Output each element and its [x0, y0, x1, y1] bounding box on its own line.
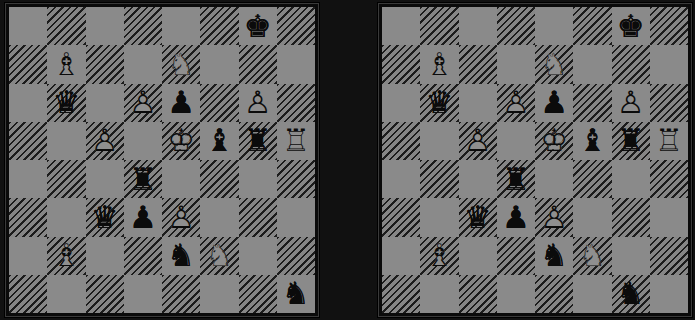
square-c6	[459, 84, 497, 122]
square-g4	[612, 160, 650, 198]
square-a2	[9, 237, 47, 275]
piece-wN-e7: ♞♘	[162, 45, 200, 83]
piece-outline-glyph: ♟	[124, 198, 162, 236]
square-b7: ♝♗	[47, 45, 85, 83]
piece-outline-glyph: ♛	[420, 84, 458, 122]
square-a3	[382, 198, 420, 236]
square-d4: ♜♜	[497, 160, 535, 198]
piece-wP-e3: ♟♙	[162, 198, 200, 236]
square-e2: ♞♞	[535, 237, 573, 275]
square-b5	[47, 122, 85, 160]
square-c4	[459, 160, 497, 198]
piece-bN-g1: ♞♞	[612, 275, 650, 313]
square-h1	[650, 275, 688, 313]
piece-outline-glyph: ♛	[47, 84, 85, 122]
square-g4	[239, 160, 277, 198]
square-e3: ♟♙	[535, 198, 573, 236]
piece-outline-glyph: ♗	[47, 45, 85, 83]
piece-bQ-c3: ♛♛	[459, 198, 497, 236]
square-h2	[650, 237, 688, 275]
square-h7	[650, 45, 688, 83]
square-g7	[239, 45, 277, 83]
piece-outline-glyph: ♛	[86, 198, 124, 236]
square-d8	[497, 7, 535, 45]
square-c2	[459, 237, 497, 275]
square-e1	[535, 275, 573, 313]
square-d2	[497, 237, 535, 275]
piece-bP-d3: ♟♟	[497, 198, 535, 236]
piece-bQ-c3: ♛♛	[86, 198, 124, 236]
square-a1	[9, 275, 47, 313]
square-c8	[86, 7, 124, 45]
piece-outline-glyph: ♝	[573, 122, 611, 160]
square-e6: ♟♟	[162, 84, 200, 122]
square-e8	[535, 7, 573, 45]
square-h7	[277, 45, 315, 83]
square-d1	[124, 275, 162, 313]
square-d3: ♟♟	[124, 198, 162, 236]
square-c1	[86, 275, 124, 313]
square-d1	[497, 275, 535, 313]
piece-wB-b7: ♝♗	[420, 45, 458, 83]
square-f8	[573, 7, 611, 45]
piece-outline-glyph: ♙	[535, 198, 573, 236]
square-h6	[277, 84, 315, 122]
square-c5: ♟♙	[459, 122, 497, 160]
piece-bR-d4: ♜♜	[124, 160, 162, 198]
piece-outline-glyph: ♘	[573, 237, 611, 275]
square-a6	[382, 84, 420, 122]
piece-outline-glyph: ♗	[420, 237, 458, 275]
piece-outline-glyph: ♘	[200, 237, 238, 275]
square-g7	[612, 45, 650, 83]
piece-outline-glyph: ♘	[162, 45, 200, 83]
square-b3	[420, 198, 458, 236]
square-b3	[47, 198, 85, 236]
piece-outline-glyph: ♟	[162, 84, 200, 122]
square-f6	[573, 84, 611, 122]
square-b6: ♛♛	[420, 84, 458, 122]
square-b5	[420, 122, 458, 160]
square-g1: ♞♞	[612, 275, 650, 313]
piece-outline-glyph: ♜	[124, 160, 162, 198]
square-a3	[9, 198, 47, 236]
square-e2: ♞♞	[162, 237, 200, 275]
square-b8	[47, 7, 85, 45]
square-e5: ♚♔	[535, 122, 573, 160]
piece-outline-glyph: ♖	[650, 122, 688, 160]
piece-outline-glyph: ♜	[497, 160, 535, 198]
square-e4	[535, 160, 573, 198]
right-chess-board: ♚♚♝♗♞♘♛♛♟♙♟♟♟♙♟♙♚♔♝♝♜♜♜♖♜♜♛♛♟♟♟♙♝♗♞♞♞♘♞♞	[379, 4, 691, 316]
square-b2: ♝♗	[47, 237, 85, 275]
square-g1	[239, 275, 277, 313]
square-f5: ♝♝	[573, 122, 611, 160]
left-chess-board: ♚♚♝♗♞♘♛♛♟♙♟♟♟♙♟♙♚♔♝♝♜♜♜♖♜♜♛♛♟♟♟♙♝♗♞♞♞♘♞♞	[6, 4, 318, 316]
piece-outline-glyph: ♜	[239, 122, 277, 160]
square-a6	[9, 84, 47, 122]
square-d6: ♟♙	[124, 84, 162, 122]
piece-bB-f5: ♝♝	[200, 122, 238, 160]
square-h8	[277, 7, 315, 45]
square-a2	[382, 237, 420, 275]
piece-outline-glyph: ♟	[535, 84, 573, 122]
square-g2	[612, 237, 650, 275]
piece-wP-c5: ♟♙	[459, 122, 497, 160]
square-d7	[124, 45, 162, 83]
square-f1	[573, 275, 611, 313]
square-a4	[9, 160, 47, 198]
piece-outline-glyph: ♞	[277, 275, 315, 313]
square-e7: ♞♘	[162, 45, 200, 83]
piece-bB-f5: ♝♝	[573, 122, 611, 160]
square-g6: ♟♙	[239, 84, 277, 122]
piece-wK-e5: ♚♔	[535, 122, 573, 160]
square-h6	[650, 84, 688, 122]
square-b1	[420, 275, 458, 313]
piece-outline-glyph: ♔	[535, 122, 573, 160]
square-b1	[47, 275, 85, 313]
square-f5: ♝♝	[200, 122, 238, 160]
scanned-page: ♚♚♝♗♞♘♛♛♟♙♟♟♟♙♟♙♚♔♝♝♜♜♜♖♜♜♛♛♟♟♟♙♝♗♞♞♞♘♞♞…	[0, 0, 695, 320]
piece-outline-glyph: ♛	[459, 198, 497, 236]
piece-wP-d6: ♟♙	[497, 84, 535, 122]
square-a8	[382, 7, 420, 45]
piece-bN-e2: ♞♞	[535, 237, 573, 275]
piece-bR-g5: ♜♜	[612, 122, 650, 160]
square-d2	[124, 237, 162, 275]
square-f4	[573, 160, 611, 198]
piece-wB-b7: ♝♗	[47, 45, 85, 83]
square-e6: ♟♟	[535, 84, 573, 122]
square-h4	[277, 160, 315, 198]
square-a7	[9, 45, 47, 83]
piece-bQ-b6: ♛♛	[47, 84, 85, 122]
piece-bN-h1: ♞♞	[277, 275, 315, 313]
square-g8: ♚♚	[239, 7, 277, 45]
piece-wN-f2: ♞♘	[573, 237, 611, 275]
square-c7	[459, 45, 497, 83]
square-h8	[650, 7, 688, 45]
square-c8	[459, 7, 497, 45]
square-c5: ♟♙	[86, 122, 124, 160]
piece-outline-glyph: ♖	[277, 122, 315, 160]
piece-bK-g8: ♚♚	[239, 7, 277, 45]
piece-wR-h5: ♜♖	[277, 122, 315, 160]
piece-bP-e6: ♟♟	[535, 84, 573, 122]
square-d8	[124, 7, 162, 45]
square-b6: ♛♛	[47, 84, 85, 122]
square-d4: ♜♜	[124, 160, 162, 198]
piece-bP-e6: ♟♟	[162, 84, 200, 122]
piece-bR-g5: ♜♜	[239, 122, 277, 160]
square-f2: ♞♘	[573, 237, 611, 275]
square-f7	[200, 45, 238, 83]
square-c6	[86, 84, 124, 122]
piece-outline-glyph: ♙	[124, 84, 162, 122]
piece-outline-glyph: ♙	[162, 198, 200, 236]
square-h1: ♞♞	[277, 275, 315, 313]
square-h4	[650, 160, 688, 198]
piece-outline-glyph: ♚	[612, 7, 650, 45]
square-e3: ♟♙	[162, 198, 200, 236]
piece-outline-glyph: ♘	[535, 45, 573, 83]
piece-bN-e2: ♞♞	[162, 237, 200, 275]
piece-bQ-b6: ♛♛	[420, 84, 458, 122]
piece-outline-glyph: ♞	[612, 275, 650, 313]
piece-outline-glyph: ♔	[162, 122, 200, 160]
square-f1	[200, 275, 238, 313]
piece-bK-g8: ♚♚	[612, 7, 650, 45]
piece-wP-d6: ♟♙	[124, 84, 162, 122]
square-a7	[382, 45, 420, 83]
piece-wR-h5: ♜♖	[650, 122, 688, 160]
square-f6	[200, 84, 238, 122]
square-f3	[573, 198, 611, 236]
piece-wB-b2: ♝♗	[420, 237, 458, 275]
piece-wP-g6: ♟♙	[239, 84, 277, 122]
piece-wN-e7: ♞♘	[535, 45, 573, 83]
square-e5: ♚♔	[162, 122, 200, 160]
square-b4	[420, 160, 458, 198]
piece-outline-glyph: ♗	[420, 45, 458, 83]
square-b8	[420, 7, 458, 45]
square-g5: ♜♜	[239, 122, 277, 160]
piece-outline-glyph: ♟	[497, 198, 535, 236]
square-a1	[382, 275, 420, 313]
piece-wP-e3: ♟♙	[535, 198, 573, 236]
square-e7: ♞♘	[535, 45, 573, 83]
piece-wP-c5: ♟♙	[86, 122, 124, 160]
square-f7	[573, 45, 611, 83]
square-d7	[497, 45, 535, 83]
square-d5	[497, 122, 535, 160]
piece-outline-glyph: ♞	[535, 237, 573, 275]
square-h3	[650, 198, 688, 236]
square-a8	[9, 7, 47, 45]
square-d3: ♟♟	[497, 198, 535, 236]
square-g3	[612, 198, 650, 236]
square-g5: ♜♜	[612, 122, 650, 160]
square-f8	[200, 7, 238, 45]
square-e1	[162, 275, 200, 313]
square-c1	[459, 275, 497, 313]
square-c3: ♛♛	[86, 198, 124, 236]
square-h5: ♜♖	[650, 122, 688, 160]
square-b2: ♝♗	[420, 237, 458, 275]
square-a5	[382, 122, 420, 160]
square-e8	[162, 7, 200, 45]
piece-wN-f2: ♞♘	[200, 237, 238, 275]
piece-wB-b2: ♝♗	[47, 237, 85, 275]
square-a5	[9, 122, 47, 160]
square-c3: ♛♛	[459, 198, 497, 236]
square-g3	[239, 198, 277, 236]
piece-outline-glyph: ♙	[86, 122, 124, 160]
piece-outline-glyph: ♙	[612, 84, 650, 122]
square-d5	[124, 122, 162, 160]
piece-outline-glyph: ♙	[459, 122, 497, 160]
square-f2: ♞♘	[200, 237, 238, 275]
piece-outline-glyph: ♜	[612, 122, 650, 160]
square-d6: ♟♙	[497, 84, 535, 122]
square-b7: ♝♗	[420, 45, 458, 83]
square-f4	[200, 160, 238, 198]
square-g8: ♚♚	[612, 7, 650, 45]
piece-outline-glyph: ♞	[162, 237, 200, 275]
piece-wK-e5: ♚♔	[162, 122, 200, 160]
piece-outline-glyph: ♗	[47, 237, 85, 275]
square-c4	[86, 160, 124, 198]
piece-wP-g6: ♟♙	[612, 84, 650, 122]
square-c2	[86, 237, 124, 275]
piece-outline-glyph: ♙	[497, 84, 535, 122]
square-a4	[382, 160, 420, 198]
square-h5: ♜♖	[277, 122, 315, 160]
square-g6: ♟♙	[612, 84, 650, 122]
piece-bP-d3: ♟♟	[124, 198, 162, 236]
square-h3	[277, 198, 315, 236]
piece-outline-glyph: ♚	[239, 7, 277, 45]
square-c7	[86, 45, 124, 83]
square-h2	[277, 237, 315, 275]
square-f3	[200, 198, 238, 236]
square-g2	[239, 237, 277, 275]
piece-outline-glyph: ♝	[200, 122, 238, 160]
square-e4	[162, 160, 200, 198]
piece-outline-glyph: ♙	[239, 84, 277, 122]
piece-bR-d4: ♜♜	[497, 160, 535, 198]
square-b4	[47, 160, 85, 198]
